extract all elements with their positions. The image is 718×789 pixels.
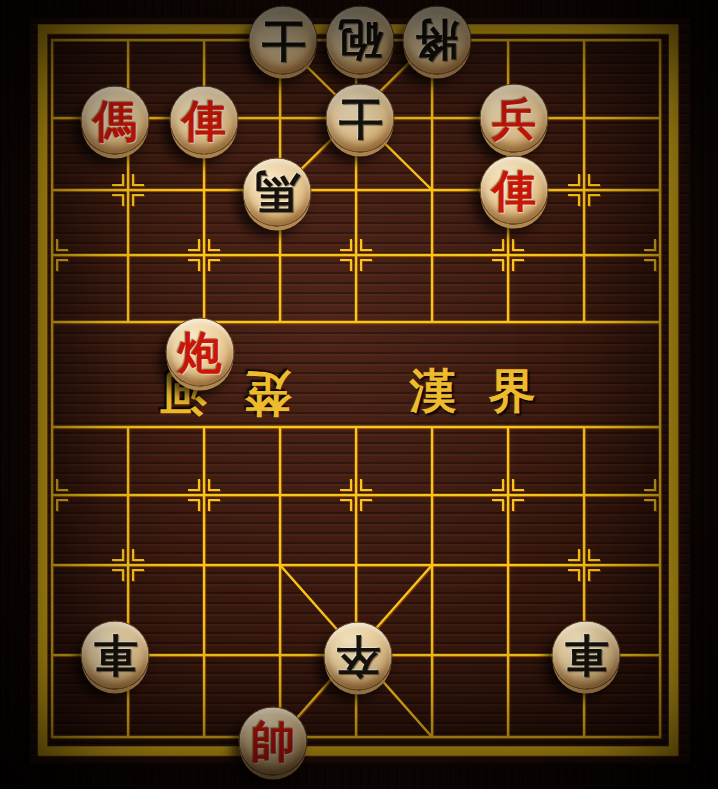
piece-red-horse[interactable]: 傌 xyxy=(81,86,150,155)
piece-red-soldier[interactable]: 兵 xyxy=(480,84,549,153)
black-advisor-right-glyph: 士 xyxy=(327,85,394,152)
piece-black-advisor-right[interactable]: 士 xyxy=(326,84,395,153)
xiangqi-game-screen: 河 楚 漢 界 士砲將傌俥士兵俥馬炮車卒車帥 xyxy=(0,0,718,789)
piece-red-cannon[interactable]: 炮 xyxy=(166,318,235,387)
black-horse-glyph: 馬 xyxy=(244,159,311,226)
piece-black-horse[interactable]: 馬 xyxy=(243,158,312,227)
piece-black-advisor-left[interactable]: 士 xyxy=(249,6,318,75)
black-cannon-glyph: 砲 xyxy=(327,7,394,74)
red-chariot-right-glyph: 俥 xyxy=(481,157,548,224)
piece-black-cannon[interactable]: 砲 xyxy=(326,6,395,75)
black-soldier-glyph: 卒 xyxy=(325,623,392,690)
piece-red-chariot-left[interactable]: 俥 xyxy=(170,86,239,155)
red-horse-glyph: 傌 xyxy=(82,87,149,154)
piece-layer: 士砲將傌俥士兵俥馬炮車卒車帥 xyxy=(0,0,718,789)
piece-black-chariot-right[interactable]: 車 xyxy=(552,621,621,690)
piece-black-general[interactable]: 將 xyxy=(403,6,472,75)
black-chariot-right-glyph: 車 xyxy=(553,622,620,689)
black-chariot-left-glyph: 車 xyxy=(82,622,149,689)
black-general-glyph: 將 xyxy=(404,7,471,74)
red-chariot-left-glyph: 俥 xyxy=(171,87,238,154)
black-advisor-left-glyph: 士 xyxy=(250,7,317,74)
piece-red-general[interactable]: 帥 xyxy=(239,707,308,776)
piece-black-soldier[interactable]: 卒 xyxy=(324,622,393,691)
red-soldier-glyph: 兵 xyxy=(481,85,548,152)
piece-red-chariot-right[interactable]: 俥 xyxy=(480,156,549,225)
red-general-glyph: 帥 xyxy=(240,708,307,775)
piece-black-chariot-left[interactable]: 車 xyxy=(81,621,150,690)
red-cannon-glyph: 炮 xyxy=(167,319,234,386)
